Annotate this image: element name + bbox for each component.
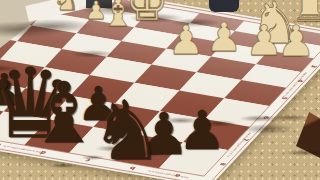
- white-bishop-f1[interactable]: ♝: [101, 0, 135, 32]
- white-knight-shadow: [48, 163, 77, 168]
- white-pawn-a2[interactable]: ♟: [277, 20, 316, 63]
- rank-label-8: 8: [217, 162, 228, 167]
- black-knight-b8[interactable]: ♞: [90, 90, 164, 172]
- white-knight-g1[interactable]: ♞: [53, 0, 80, 15]
- chess-photo-scene: hgfedcba12345678 WWW.SZACHOWY-SYSTEM.PL …: [0, 0, 320, 180]
- white-knight-shadow: [241, 124, 296, 134]
- white-pawn-d2[interactable]: ♟: [168, 20, 204, 60]
- black-pawn-shadow: [70, 50, 115, 58]
- white-rook-shadow: [284, 149, 320, 156]
- white-pawn-c2[interactable]: ♟: [206, 17, 242, 57]
- background-object: [209, 0, 239, 12]
- white-pawn-shadow: [270, 114, 311, 121]
